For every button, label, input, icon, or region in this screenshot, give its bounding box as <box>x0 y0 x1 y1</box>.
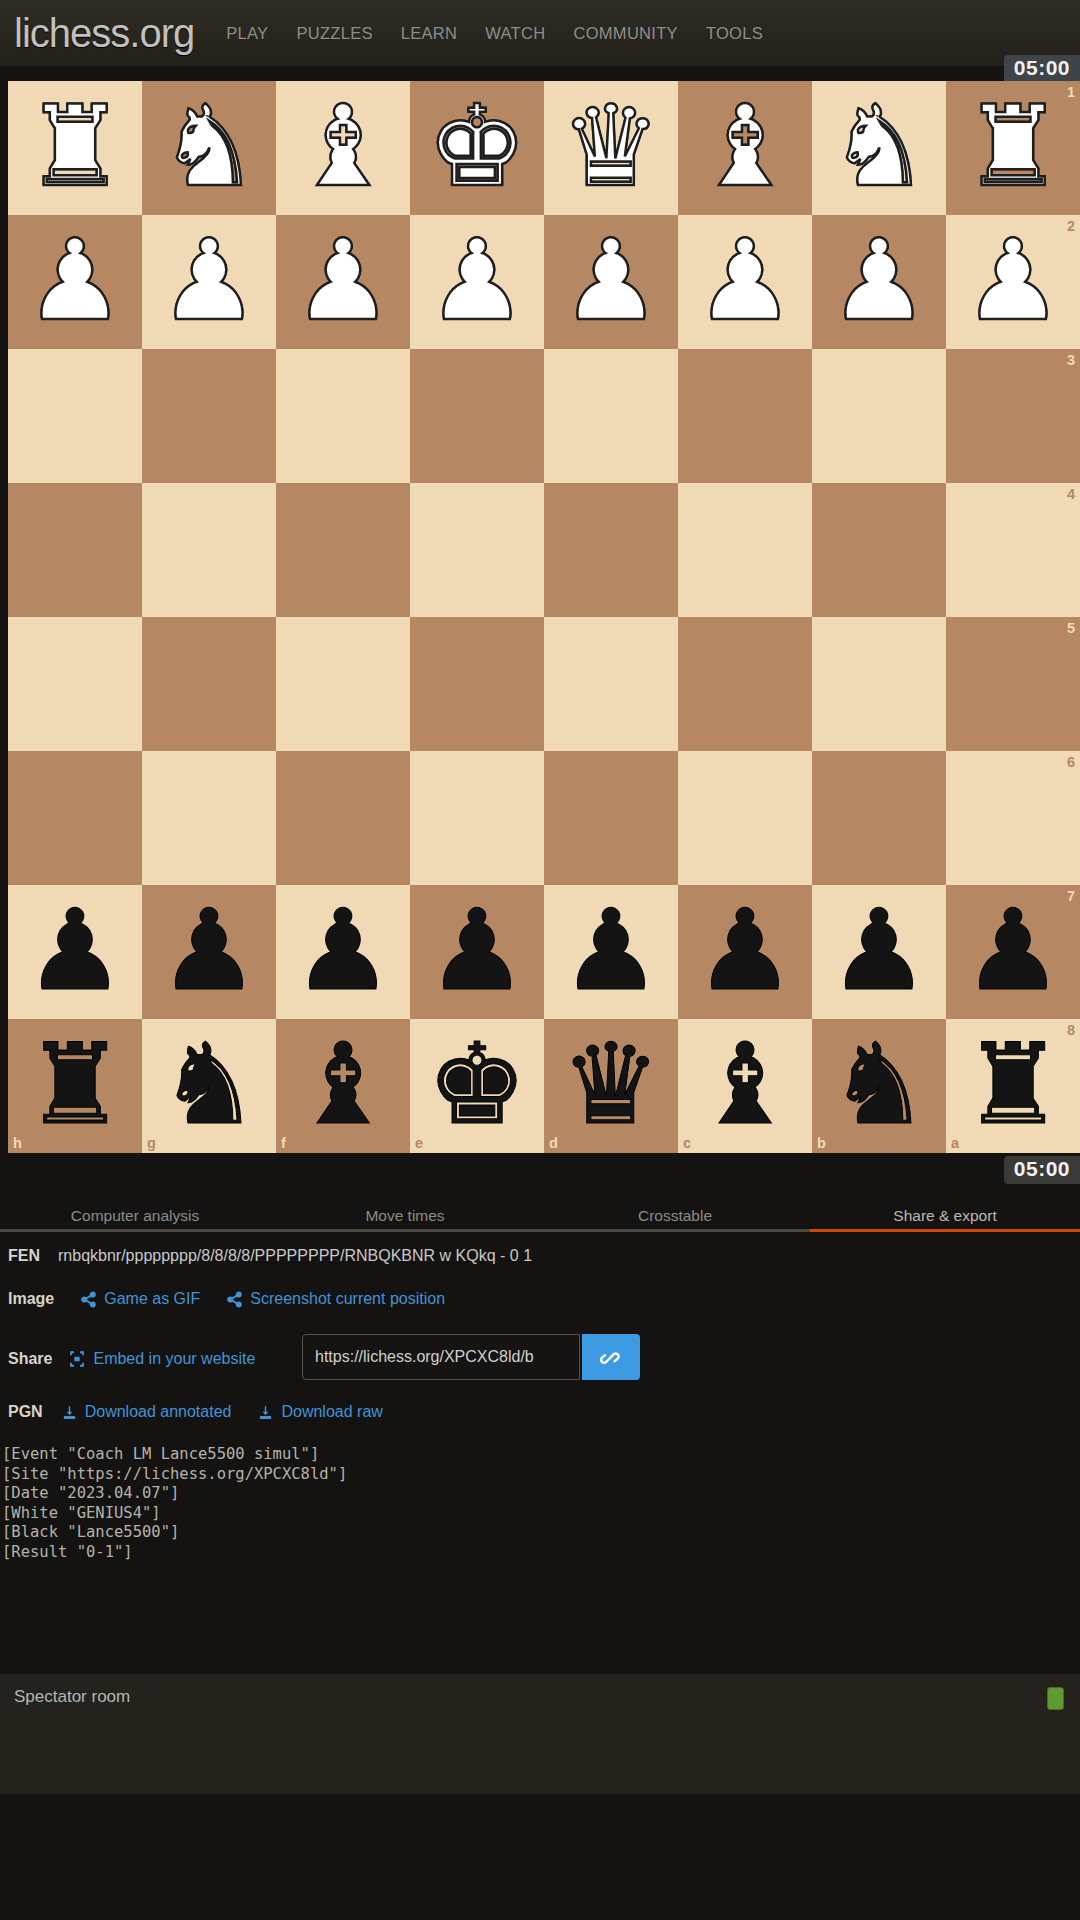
square-h7[interactable]: ♟ <box>8 885 142 1019</box>
black-pawn[interactable]: ♟ <box>544 885 678 1019</box>
square-f6[interactable] <box>276 751 410 885</box>
white-pawn[interactable]: ♟ <box>544 215 678 349</box>
download-icon <box>257 1404 274 1421</box>
black-pawn[interactable]: ♟ <box>142 885 276 1019</box>
file-label-a: a <box>951 1135 959 1151</box>
square-d8[interactable]: ♛d <box>544 1019 678 1153</box>
square-h8[interactable]: ♜h <box>8 1019 142 1153</box>
download-icon <box>61 1404 78 1421</box>
white-pawn[interactable]: ♟ <box>812 215 946 349</box>
square-f4[interactable] <box>276 483 410 617</box>
nav-item-community[interactable]: COMMUNITY <box>559 24 691 43</box>
spectator-room-panel: Spectator room <box>0 1674 1080 1794</box>
square-e2[interactable]: ♟ <box>410 215 544 349</box>
copy-link-button[interactable] <box>582 1334 640 1380</box>
fen-row: FEN rnbqkbnr/pppppppp/8/8/8/8/PPPPPPPP/R… <box>8 1247 532 1265</box>
square-f8[interactable]: ♝f <box>276 1019 410 1153</box>
rank-label-7: 7 <box>1067 888 1075 904</box>
embed-icon <box>68 1350 86 1368</box>
rank-label-3: 3 <box>1067 352 1075 368</box>
file-label-g: g <box>147 1135 156 1151</box>
square-h6[interactable] <box>8 751 142 885</box>
rank-label-5: 5 <box>1067 620 1075 636</box>
pgn-label: PGN <box>8 1403 43 1421</box>
black-pawn[interactable]: ♟ <box>410 885 544 1019</box>
file-label-h: h <box>13 1135 22 1151</box>
white-pawn[interactable]: ♟ <box>410 215 544 349</box>
image-row: Image Game as GIF Screenshot current pos… <box>8 1290 471 1308</box>
square-e3[interactable] <box>410 349 544 483</box>
white-pawn[interactable]: ♟ <box>946 215 1080 349</box>
square-f5[interactable] <box>276 617 410 751</box>
embed-website-link[interactable]: Embed in your website <box>68 1350 255 1368</box>
embed-website-label: Embed in your website <box>93 1350 255 1368</box>
lichess-logo[interactable]: lichess.org <box>14 11 194 56</box>
screenshot-position-label: Screenshot current position <box>250 1290 445 1308</box>
black-knight[interactable]: ♞ <box>812 1019 946 1153</box>
black-pawn[interactable]: ♟ <box>678 885 812 1019</box>
black-pawn[interactable]: ♟ <box>8 885 142 1019</box>
square-f3[interactable] <box>276 349 410 483</box>
square-e8[interactable]: ♚e <box>410 1019 544 1153</box>
main-nav: PLAY PUZZLES LEARN WATCH COMMUNITY TOOLS <box>212 24 777 43</box>
square-g2[interactable]: ♟ <box>142 215 276 349</box>
square-d4[interactable] <box>544 483 678 617</box>
analysis-tab-bar: Computer analysis Move times Crosstable … <box>0 1198 1080 1232</box>
square-a2[interactable]: ♟2 <box>946 215 1080 349</box>
square-d6[interactable] <box>544 751 678 885</box>
white-king[interactable]: ♚ <box>410 81 544 215</box>
square-h5[interactable] <box>8 617 142 751</box>
chess-board: ♜♞♝♚♛♝♞♜1♟♟♟♟♟♟♟♟23456♟♟♟♟♟♟♟♟7♜h♞g♝f♚e♛… <box>8 81 1080 1153</box>
square-f2[interactable]: ♟ <box>276 215 410 349</box>
white-pawn[interactable]: ♟ <box>678 215 812 349</box>
square-e4[interactable] <box>410 483 544 617</box>
square-g4[interactable] <box>142 483 276 617</box>
share-label: Share <box>8 1350 52 1368</box>
nav-item-tools[interactable]: TOOLS <box>692 24 777 43</box>
square-a8[interactable]: ♜8a <box>946 1019 1080 1153</box>
square-g5[interactable] <box>142 617 276 751</box>
share-row: Share Embed in your website <box>8 1334 1072 1384</box>
download-raw-label: Download raw <box>281 1403 382 1421</box>
white-rook[interactable]: ♜ <box>8 81 142 215</box>
download-annotated-link[interactable]: Download annotated <box>61 1403 232 1421</box>
square-a7[interactable]: ♟7 <box>946 885 1080 1019</box>
chat-toggle[interactable] <box>1047 1687 1064 1710</box>
tab-move-times[interactable]: Move times <box>270 1198 540 1232</box>
square-f1[interactable]: ♝ <box>276 81 410 215</box>
nav-item-watch[interactable]: WATCH <box>471 24 559 43</box>
square-b7[interactable]: ♟ <box>812 885 946 1019</box>
nav-item-play[interactable]: PLAY <box>212 24 282 43</box>
square-d7[interactable]: ♟ <box>544 885 678 1019</box>
square-c6[interactable] <box>678 751 812 885</box>
black-clock: 05:00 <box>1004 1156 1080 1184</box>
square-e5[interactable] <box>410 617 544 751</box>
game-as-gif-link[interactable]: Game as GIF <box>80 1290 200 1308</box>
square-h4[interactable] <box>8 483 142 617</box>
top-nav-bar: lichess.org PLAY PUZZLES LEARN WATCH COM… <box>0 0 1080 66</box>
square-g7[interactable]: ♟ <box>142 885 276 1019</box>
share-icon <box>226 1291 243 1308</box>
square-b2[interactable]: ♟ <box>812 215 946 349</box>
page-footer-area <box>0 1794 1080 1920</box>
square-b8[interactable]: ♞b <box>812 1019 946 1153</box>
file-label-c: c <box>683 1135 691 1151</box>
square-g8[interactable]: ♞g <box>142 1019 276 1153</box>
file-label-f: f <box>281 1135 286 1151</box>
chain-link-icon <box>600 1346 622 1368</box>
square-b3[interactable] <box>812 349 946 483</box>
square-h2[interactable]: ♟ <box>8 215 142 349</box>
square-a6[interactable]: 6 <box>946 751 1080 885</box>
white-knight[interactable]: ♞ <box>812 81 946 215</box>
black-queen[interactable]: ♛ <box>544 1019 678 1153</box>
black-bishop[interactable]: ♝ <box>678 1019 812 1153</box>
white-clock: 05:00 <box>1004 55 1080 83</box>
white-pawn[interactable]: ♟ <box>142 215 276 349</box>
white-knight[interactable]: ♞ <box>142 81 276 215</box>
square-a5[interactable]: 5 <box>946 617 1080 751</box>
square-d2[interactable]: ♟ <box>544 215 678 349</box>
square-e1[interactable]: ♚ <box>410 81 544 215</box>
black-rook[interactable]: ♜ <box>946 1019 1080 1153</box>
fen-label: FEN <box>8 1247 40 1265</box>
square-h1[interactable]: ♜ <box>8 81 142 215</box>
square-d5[interactable] <box>544 617 678 751</box>
white-pawn[interactable]: ♟ <box>276 215 410 349</box>
square-c4[interactable] <box>678 483 812 617</box>
file-label-b: b <box>817 1135 826 1151</box>
black-pawn[interactable]: ♟ <box>946 885 1080 1019</box>
rank-label-6: 6 <box>1067 754 1075 770</box>
fen-value[interactable]: rnbqkbnr/pppppppp/8/8/8/8/PPPPPPPP/RNBQK… <box>58 1247 532 1265</box>
nav-item-puzzles[interactable]: PUZZLES <box>282 24 386 43</box>
square-d3[interactable] <box>544 349 678 483</box>
tab-computer-analysis[interactable]: Computer analysis <box>0 1198 270 1232</box>
black-rook[interactable]: ♜ <box>8 1019 142 1153</box>
square-b6[interactable] <box>812 751 946 885</box>
file-label-e: e <box>415 1135 423 1151</box>
tab-crosstable[interactable]: Crosstable <box>540 1198 810 1232</box>
square-f7[interactable]: ♟ <box>276 885 410 1019</box>
square-a1[interactable]: ♜1 <box>946 81 1080 215</box>
file-label-d: d <box>549 1135 558 1151</box>
game-url-input[interactable] <box>302 1334 580 1380</box>
square-g1[interactable]: ♞ <box>142 81 276 215</box>
square-b5[interactable] <box>812 617 946 751</box>
black-pawn[interactable]: ♟ <box>276 885 410 1019</box>
share-icon <box>80 1291 97 1308</box>
square-h3[interactable] <box>8 349 142 483</box>
black-king[interactable]: ♚ <box>410 1019 544 1153</box>
image-label: Image <box>8 1290 54 1308</box>
square-b1[interactable]: ♞ <box>812 81 946 215</box>
square-d1[interactable]: ♛ <box>544 81 678 215</box>
white-rook[interactable]: ♜ <box>946 81 1080 215</box>
square-c7[interactable]: ♟ <box>678 885 812 1019</box>
white-queen[interactable]: ♛ <box>544 81 678 215</box>
square-a4[interactable]: 4 <box>946 483 1080 617</box>
nav-item-learn[interactable]: LEARN <box>387 24 472 43</box>
rank-label-8: 8 <box>1067 1022 1075 1038</box>
square-c1[interactable]: ♝ <box>678 81 812 215</box>
rank-label-4: 4 <box>1067 486 1075 502</box>
square-c3[interactable] <box>678 349 812 483</box>
square-a3[interactable]: 3 <box>946 349 1080 483</box>
rank-label-1: 1 <box>1067 84 1075 100</box>
square-g6[interactable] <box>142 751 276 885</box>
tab-share-export[interactable]: Share & export <box>810 1198 1080 1232</box>
square-b4[interactable] <box>812 483 946 617</box>
pgn-text: [Event "Coach LM Lance5500 simul"] [Site… <box>2 1445 347 1562</box>
black-pawn[interactable]: ♟ <box>812 885 946 1019</box>
square-c2[interactable]: ♟ <box>678 215 812 349</box>
black-bishop[interactable]: ♝ <box>276 1019 410 1153</box>
download-annotated-label: Download annotated <box>85 1403 232 1421</box>
screenshot-position-link[interactable]: Screenshot current position <box>226 1290 445 1308</box>
square-c8[interactable]: ♝c <box>678 1019 812 1153</box>
white-pawn[interactable]: ♟ <box>8 215 142 349</box>
square-e6[interactable] <box>410 751 544 885</box>
square-c5[interactable] <box>678 617 812 751</box>
download-raw-link[interactable]: Download raw <box>257 1403 382 1421</box>
rank-label-2: 2 <box>1067 218 1075 234</box>
white-bishop[interactable]: ♝ <box>678 81 812 215</box>
square-e7[interactable]: ♟ <box>410 885 544 1019</box>
white-bishop[interactable]: ♝ <box>276 81 410 215</box>
pgn-row: PGN Download annotated Download raw <box>8 1403 409 1421</box>
spectator-room-title: Spectator room <box>14 1687 130 1707</box>
square-g3[interactable] <box>142 349 276 483</box>
game-as-gif-label: Game as GIF <box>104 1290 200 1308</box>
black-knight[interactable]: ♞ <box>142 1019 276 1153</box>
